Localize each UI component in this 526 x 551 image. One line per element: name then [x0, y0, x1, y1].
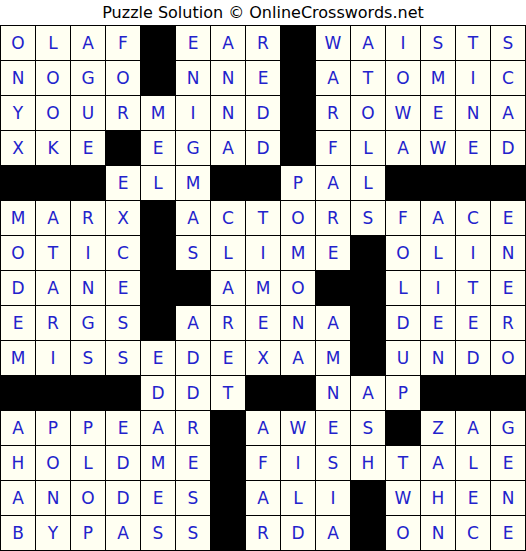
letter-cell-r15c12: O — [386, 516, 420, 550]
letter-cell-r5c5: L — [141, 166, 175, 200]
letter-cell-r7c6: S — [176, 236, 210, 270]
letter-cell-r7c10: E — [316, 236, 350, 270]
letter-cell-r3c12: W — [386, 96, 420, 130]
letter-cell-r9c10: A — [316, 306, 350, 340]
letter-cell-r6c10: R — [316, 201, 350, 235]
letter-cell-r13c12: T — [386, 446, 420, 480]
letter-cell-r8c13: I — [421, 271, 455, 305]
letter-cell-r7c7: L — [211, 236, 245, 270]
letter-cell-r10c7: E — [211, 341, 245, 375]
black-cell-r9c5 — [141, 306, 175, 340]
black-cell-r5c12 — [386, 166, 420, 200]
letter-cell-r3c15: A — [491, 96, 525, 130]
letter-cell-r9c3: G — [71, 306, 105, 340]
letter-cell-r3c11: O — [351, 96, 385, 130]
letter-cell-r1c11: A — [351, 26, 385, 60]
letter-cell-r15c1: B — [1, 516, 35, 550]
letter-cell-r8c15: E — [491, 271, 525, 305]
letter-cell-r1c2: L — [36, 26, 70, 60]
black-cell-r6c5 — [141, 201, 175, 235]
letter-cell-r7c4: C — [106, 236, 140, 270]
letter-cell-r12c9: W — [281, 411, 315, 445]
letter-cell-r12c3: P — [71, 411, 105, 445]
letter-cell-r7c2: T — [36, 236, 70, 270]
letter-cell-r2c2: O — [36, 61, 70, 95]
letter-cell-r9c12: D — [386, 306, 420, 340]
letter-cell-r9c6: A — [176, 306, 210, 340]
black-cell-r11c1 — [1, 376, 35, 410]
letter-cell-r13c13: A — [421, 446, 455, 480]
letter-cell-r2c13: M — [421, 61, 455, 95]
letter-cell-r3c6: I — [176, 96, 210, 130]
letter-cell-r7c9: M — [281, 236, 315, 270]
black-cell-r11c2 — [36, 376, 70, 410]
black-cell-r5c13 — [421, 166, 455, 200]
letter-cell-r13c8: F — [246, 446, 280, 480]
letter-cell-r1c13: S — [421, 26, 455, 60]
black-cell-r11c15 — [491, 376, 525, 410]
letter-cell-r4c7: A — [211, 131, 245, 165]
black-cell-r11c3 — [71, 376, 105, 410]
letter-cell-r12c5: A — [141, 411, 175, 445]
letter-cell-r5c4: E — [106, 166, 140, 200]
black-cell-r5c2 — [36, 166, 70, 200]
letter-cell-r3c4: R — [106, 96, 140, 130]
letter-cell-r3c1: Y — [1, 96, 35, 130]
letter-cell-r10c6: D — [176, 341, 210, 375]
letter-cell-r8c12: L — [386, 271, 420, 305]
letter-cell-r3c2: O — [36, 96, 70, 130]
letter-cell-r15c5: S — [141, 516, 175, 550]
black-cell-r2c5 — [141, 61, 175, 95]
letter-cell-r14c1: A — [1, 481, 35, 515]
letter-cell-r11c10: N — [316, 376, 350, 410]
letter-cell-r10c5: E — [141, 341, 175, 375]
letter-cell-r10c1: M — [1, 341, 35, 375]
letter-cell-r6c11: S — [351, 201, 385, 235]
letter-cell-r15c4: A — [106, 516, 140, 550]
black-cell-r2c9 — [281, 61, 315, 95]
black-cell-r7c11 — [351, 236, 385, 270]
black-cell-r12c12 — [386, 411, 420, 445]
letter-cell-r8c3: N — [71, 271, 105, 305]
letter-cell-r13c11: H — [351, 446, 385, 480]
letter-cell-r14c14: E — [456, 481, 490, 515]
letter-cell-r6c2: A — [36, 201, 70, 235]
page-title: Puzzle Solution © OnlineCrosswords.net — [0, 0, 526, 25]
black-cell-r4c4 — [106, 131, 140, 165]
letter-cell-r1c6: E — [176, 26, 210, 60]
letter-cell-r6c15: E — [491, 201, 525, 235]
black-cell-r3c9 — [281, 96, 315, 130]
letter-cell-r10c3: S — [71, 341, 105, 375]
letter-cell-r5c10: A — [316, 166, 350, 200]
letter-cell-r15c8: R — [246, 516, 280, 550]
letter-cell-r5c11: L — [351, 166, 385, 200]
letter-cell-r13c9: I — [281, 446, 315, 480]
letter-cell-r4c11: L — [351, 131, 385, 165]
letter-cell-r6c3: R — [71, 201, 105, 235]
letter-cell-r2c11: T — [351, 61, 385, 95]
black-cell-r7c5 — [141, 236, 175, 270]
letter-cell-r2c4: O — [106, 61, 140, 95]
letter-cell-r10c4: S — [106, 341, 140, 375]
black-cell-r5c15 — [491, 166, 525, 200]
letter-cell-r15c2: Y — [36, 516, 70, 550]
letter-cell-r15c9: D — [281, 516, 315, 550]
letter-cell-r12c4: E — [106, 411, 140, 445]
letter-cell-r8c14: T — [456, 271, 490, 305]
letter-cell-r12c1: A — [1, 411, 35, 445]
black-cell-r4c9 — [281, 131, 315, 165]
letter-cell-r13c1: H — [1, 446, 35, 480]
letter-cell-r3c3: U — [71, 96, 105, 130]
letter-cell-r12c14: A — [456, 411, 490, 445]
letter-cell-r3c5: M — [141, 96, 175, 130]
letter-cell-r4c12: A — [386, 131, 420, 165]
letter-cell-r2c12: O — [386, 61, 420, 95]
letter-cell-r9c15: R — [491, 306, 525, 340]
letter-cell-r12c11: S — [351, 411, 385, 445]
black-cell-r14c7 — [211, 481, 245, 515]
letter-cell-r14c4: D — [106, 481, 140, 515]
black-cell-r15c11 — [351, 516, 385, 550]
letter-cell-r2c8: E — [246, 61, 280, 95]
letter-cell-r15c14: C — [456, 516, 490, 550]
letter-cell-r1c8: R — [246, 26, 280, 60]
letter-cell-r1c15: S — [491, 26, 525, 60]
letter-cell-r10c8: X — [246, 341, 280, 375]
black-cell-r1c5 — [141, 26, 175, 60]
letter-cell-r7c1: O — [1, 236, 35, 270]
letter-cell-r2c6: N — [176, 61, 210, 95]
letter-cell-r3c13: E — [421, 96, 455, 130]
black-cell-r13c7 — [211, 446, 245, 480]
letter-cell-r7c8: I — [246, 236, 280, 270]
letter-cell-r5c9: P — [281, 166, 315, 200]
letter-cell-r12c10: E — [316, 411, 350, 445]
letter-cell-r2c3: G — [71, 61, 105, 95]
letter-cell-r6c1: M — [1, 201, 35, 235]
letter-cell-r4c13: W — [421, 131, 455, 165]
letter-cell-r12c2: P — [36, 411, 70, 445]
letter-cell-r14c15: N — [491, 481, 525, 515]
letter-cell-r9c13: E — [421, 306, 455, 340]
letter-cell-r10c2: I — [36, 341, 70, 375]
letter-cell-r4c3: E — [71, 131, 105, 165]
letter-cell-r3c7: N — [211, 96, 245, 130]
letter-cell-r10c15: O — [491, 341, 525, 375]
letter-cell-r11c12: P — [386, 376, 420, 410]
letter-cell-r12c8: A — [246, 411, 280, 445]
letter-cell-r7c3: I — [71, 236, 105, 270]
letter-cell-r6c14: C — [456, 201, 490, 235]
letter-cell-r9c8: E — [246, 306, 280, 340]
black-cell-r11c8 — [246, 376, 280, 410]
black-cell-r8c5 — [141, 271, 175, 305]
letter-cell-r7c13: L — [421, 236, 455, 270]
letter-cell-r14c8: A — [246, 481, 280, 515]
letter-cell-r13c2: O — [36, 446, 70, 480]
letter-cell-r1c1: O — [1, 26, 35, 60]
black-cell-r10c11 — [351, 341, 385, 375]
letter-cell-r13c15: E — [491, 446, 525, 480]
letter-cell-r1c7: A — [211, 26, 245, 60]
letter-cell-r14c6: S — [176, 481, 210, 515]
letter-cell-r4c1: X — [1, 131, 35, 165]
letter-cell-r2c10: A — [316, 61, 350, 95]
letter-cell-r13c3: L — [71, 446, 105, 480]
black-cell-r14c11 — [351, 481, 385, 515]
letter-cell-r15c13: N — [421, 516, 455, 550]
letter-cell-r13c14: L — [456, 446, 490, 480]
letter-cell-r7c12: O — [386, 236, 420, 270]
crossword-grid: OLAFEARWAISTSNOGONNEATOMICYOURMINDROWENA… — [0, 25, 526, 551]
letter-cell-r4c14: E — [456, 131, 490, 165]
black-cell-r9c11 — [351, 306, 385, 340]
letter-cell-r1c3: A — [71, 26, 105, 60]
letter-cell-r8c2: A — [36, 271, 70, 305]
black-cell-r5c1 — [1, 166, 35, 200]
letter-cell-r15c15: E — [491, 516, 525, 550]
letter-cell-r9c9: N — [281, 306, 315, 340]
letter-cell-r6c12: F — [386, 201, 420, 235]
letter-cell-r14c2: N — [36, 481, 70, 515]
puzzle-solution-page: Puzzle Solution © OnlineCrosswords.net O… — [0, 0, 526, 551]
letter-cell-r4c6: G — [176, 131, 210, 165]
letter-cell-r4c8: D — [246, 131, 280, 165]
black-cell-r8c6 — [176, 271, 210, 305]
letter-cell-r2c7: N — [211, 61, 245, 95]
letter-cell-r14c9: L — [281, 481, 315, 515]
letter-cell-r11c11: A — [351, 376, 385, 410]
letter-cell-r6c6: A — [176, 201, 210, 235]
letter-cell-r11c5: D — [141, 376, 175, 410]
black-cell-r5c8 — [246, 166, 280, 200]
letter-cell-r13c6: E — [176, 446, 210, 480]
letter-cell-r9c2: R — [36, 306, 70, 340]
letter-cell-r15c10: A — [316, 516, 350, 550]
letter-cell-r13c5: M — [141, 446, 175, 480]
black-cell-r11c9 — [281, 376, 315, 410]
letter-cell-r10c12: U — [386, 341, 420, 375]
letter-cell-r6c8: T — [246, 201, 280, 235]
letter-cell-r1c12: I — [386, 26, 420, 60]
letter-cell-r14c12: W — [386, 481, 420, 515]
letter-cell-r9c1: E — [1, 306, 35, 340]
letter-cell-r1c4: F — [106, 26, 140, 60]
black-cell-r15c7 — [211, 516, 245, 550]
black-cell-r11c4 — [106, 376, 140, 410]
letter-cell-r14c13: H — [421, 481, 455, 515]
letter-cell-r12c13: Z — [421, 411, 455, 445]
letter-cell-r10c13: N — [421, 341, 455, 375]
letter-cell-r15c6: S — [176, 516, 210, 550]
letter-cell-r10c14: D — [456, 341, 490, 375]
letter-cell-r1c10: W — [316, 26, 350, 60]
letter-cell-r6c7: C — [211, 201, 245, 235]
letter-cell-r3c8: D — [246, 96, 280, 130]
black-cell-r5c14 — [456, 166, 490, 200]
letter-cell-r4c10: F — [316, 131, 350, 165]
letter-cell-r10c9: A — [281, 341, 315, 375]
letter-cell-r11c6: D — [176, 376, 210, 410]
black-cell-r11c13 — [421, 376, 455, 410]
letter-cell-r2c15: C — [491, 61, 525, 95]
letter-cell-r11c7: T — [211, 376, 245, 410]
letter-cell-r9c4: S — [106, 306, 140, 340]
black-cell-r12c7 — [211, 411, 245, 445]
letter-cell-r12c6: R — [176, 411, 210, 445]
black-cell-r5c7 — [211, 166, 245, 200]
letter-cell-r7c15: N — [491, 236, 525, 270]
black-cell-r5c3 — [71, 166, 105, 200]
letter-cell-r6c13: A — [421, 201, 455, 235]
letter-cell-r9c7: R — [211, 306, 245, 340]
letter-cell-r4c2: K — [36, 131, 70, 165]
letter-cell-r13c10: S — [316, 446, 350, 480]
letter-cell-r8c9: O — [281, 271, 315, 305]
black-cell-r1c9 — [281, 26, 315, 60]
letter-cell-r1c14: T — [456, 26, 490, 60]
letter-cell-r6c9: O — [281, 201, 315, 235]
letter-cell-r15c3: P — [71, 516, 105, 550]
letter-cell-r8c7: A — [211, 271, 245, 305]
letter-cell-r9c14: E — [456, 306, 490, 340]
letter-cell-r2c14: I — [456, 61, 490, 95]
letter-cell-r14c5: E — [141, 481, 175, 515]
letter-cell-r5c6: M — [176, 166, 210, 200]
black-cell-r8c10 — [316, 271, 350, 305]
letter-cell-r2c1: N — [1, 61, 35, 95]
letter-cell-r6c4: X — [106, 201, 140, 235]
letter-cell-r8c1: D — [1, 271, 35, 305]
letter-cell-r3c14: N — [456, 96, 490, 130]
letter-cell-r10c10: M — [316, 341, 350, 375]
letter-cell-r14c3: O — [71, 481, 105, 515]
letter-cell-r3c10: R — [316, 96, 350, 130]
black-cell-r8c11 — [351, 271, 385, 305]
letter-cell-r4c15: D — [491, 131, 525, 165]
letter-cell-r7c14: I — [456, 236, 490, 270]
letter-cell-r8c8: M — [246, 271, 280, 305]
letter-cell-r13c4: D — [106, 446, 140, 480]
letter-cell-r4c5: E — [141, 131, 175, 165]
black-cell-r11c14 — [456, 376, 490, 410]
letter-cell-r12c15: G — [491, 411, 525, 445]
letter-cell-r14c10: I — [316, 481, 350, 515]
letter-cell-r8c4: E — [106, 271, 140, 305]
